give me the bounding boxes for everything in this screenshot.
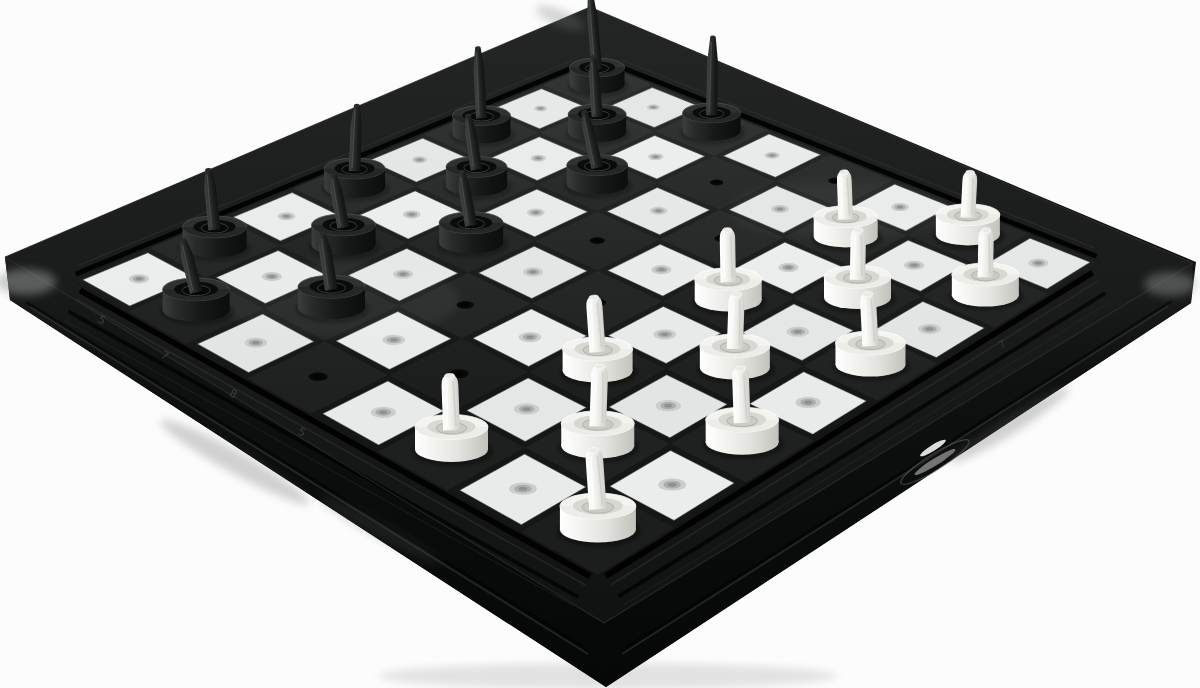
peg-hole-center <box>526 335 533 338</box>
peg-hole-center <box>713 181 720 184</box>
peg-hole-center <box>519 487 528 491</box>
checkers-board-photo: 57857 <box>0 0 1200 688</box>
peg <box>978 228 994 278</box>
peg-hole-center <box>523 407 531 411</box>
peg <box>860 291 879 346</box>
peg-hole-center <box>653 156 658 158</box>
peg-hole-center <box>794 330 801 333</box>
peg-hole-center <box>409 213 415 216</box>
peg-hole-center <box>252 341 259 344</box>
peg-hole-center <box>379 411 387 415</box>
peg <box>732 366 751 423</box>
peg-hole-center <box>313 375 323 379</box>
peg <box>441 373 460 430</box>
peg-hole-center <box>454 371 464 375</box>
peg-hole-center <box>785 266 791 269</box>
peg-hole-center <box>668 483 677 487</box>
peg-hole-center <box>284 215 290 218</box>
peg-hole-center <box>651 106 655 108</box>
peg-hole-center <box>539 107 543 109</box>
peg-hole-center <box>926 327 933 330</box>
peg-hole-center <box>911 264 917 267</box>
photo-stage: 57857 <box>0 0 1200 688</box>
peg-hole-center <box>400 273 406 276</box>
peg-hole-center <box>777 208 783 211</box>
peg-hole-center <box>136 277 142 280</box>
peg-hole-center <box>461 303 470 307</box>
peg-hole-center <box>656 209 662 212</box>
peg-hole-center <box>533 211 539 214</box>
peg <box>589 364 608 427</box>
peg <box>850 228 866 280</box>
peg-hole-center <box>897 206 903 209</box>
peg-hole-center <box>770 154 775 156</box>
right-tip-reflection <box>1144 272 1196 296</box>
peg <box>720 228 736 283</box>
peg-hole-center <box>269 275 275 278</box>
peg-hole-center <box>661 333 668 336</box>
peg-hole-center <box>664 404 672 408</box>
peg <box>837 170 853 220</box>
peg-hole-center <box>658 268 664 271</box>
peg <box>727 292 745 350</box>
peg-hole-center <box>804 401 812 405</box>
peg-hole-center <box>390 338 397 341</box>
peg-hole-center <box>417 159 422 161</box>
peg-hole-center <box>530 270 536 273</box>
peg-hole-center <box>594 239 602 242</box>
peg <box>961 170 978 218</box>
peg-hole-center <box>536 157 541 159</box>
peg-hole-center <box>1035 262 1041 265</box>
